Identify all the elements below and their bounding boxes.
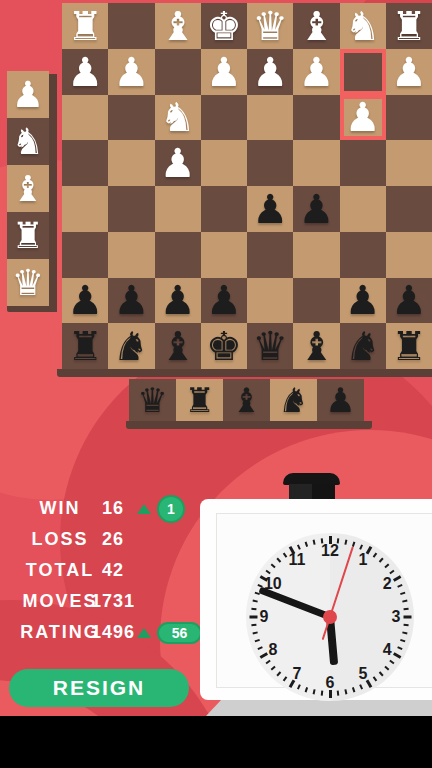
black-rook[interactable]: ♜	[391, 326, 427, 366]
board-square[interactable]	[108, 3, 154, 49]
white-pawn[interactable]: ♟	[298, 52, 334, 92]
white-knight[interactable]: ♞	[12, 124, 44, 160]
board-square[interactable]: ♚	[201, 323, 247, 369]
board-square[interactable]	[293, 278, 339, 324]
board-square[interactable]: ♛	[247, 3, 293, 49]
tray-square: ♜	[176, 379, 223, 421]
board-square[interactable]: ♝	[155, 3, 201, 49]
black-pawn[interactable]: ♟	[160, 280, 196, 320]
tray-square: ♝	[223, 379, 270, 421]
clock-number: 9	[252, 609, 276, 625]
clock-plunger-icon	[289, 484, 335, 500]
board-square[interactable]	[108, 232, 154, 278]
board-square[interactable]	[340, 232, 386, 278]
white-rook[interactable]: ♜	[67, 6, 103, 46]
clock-number: 2	[375, 576, 399, 592]
board-square[interactable]	[62, 186, 108, 232]
clock-tick	[255, 639, 260, 642]
white-queen[interactable]: ♛	[12, 265, 44, 301]
rating-delta-badge: 56	[157, 622, 202, 644]
board-square[interactable]	[386, 232, 432, 278]
clock-tick	[321, 690, 324, 695]
chess-clock: 121234567891011	[200, 499, 432, 700]
board-square[interactable]	[201, 232, 247, 278]
board-square[interactable]	[293, 95, 339, 141]
clock-tick	[271, 563, 276, 568]
clock-tick	[297, 544, 301, 549]
board-square[interactable]: ♟	[247, 186, 293, 232]
board-square[interactable]	[201, 140, 247, 186]
black-piece-tray: ♛♜♝♞♟	[129, 379, 364, 421]
black-bishop[interactable]: ♝	[160, 326, 196, 366]
win-delta-badge: 1	[157, 495, 185, 523]
board-square[interactable]: ♞	[108, 323, 154, 369]
resign-button[interactable]: RESIGN	[9, 669, 189, 707]
board-square[interactable]	[386, 140, 432, 186]
black-pawn[interactable]: ♟	[252, 189, 288, 229]
clock-tick	[271, 666, 276, 671]
board-square[interactable]	[247, 140, 293, 186]
up-arrow-icon	[137, 504, 151, 514]
board-square[interactable]: ♚	[201, 3, 247, 49]
board-square[interactable]: ♜	[62, 323, 108, 369]
game-screen: ♟♞♝♜♛ ♜♝♚♛♝♞♜♟♟♟♟♟♟♞♟♟♟♟♟♟♟♟♟♟♜♞♝♚♛♝♞♜ ♛…	[0, 0, 432, 768]
board-square[interactable]: ♟	[155, 278, 201, 324]
black-pawn[interactable]: ♟	[391, 280, 427, 320]
board-square[interactable]	[201, 95, 247, 141]
white-pawn[interactable]: ♟	[12, 77, 44, 113]
loss-value: 26	[77, 524, 149, 555]
board-square[interactable]	[386, 95, 432, 141]
black-pawn[interactable]: ♟	[67, 280, 103, 320]
black-rook[interactable]: ♜	[184, 383, 214, 417]
white-rook[interactable]: ♜	[12, 218, 44, 254]
board-square[interactable]	[201, 186, 247, 232]
board-square[interactable]: ♟	[108, 278, 154, 324]
black-king[interactable]: ♚	[206, 326, 242, 366]
clock-tick	[329, 690, 332, 698]
clock-number: 8	[261, 642, 285, 658]
board-square[interactable]: ♞	[155, 95, 201, 141]
tray-square: ♞	[270, 379, 317, 421]
black-bishop[interactable]: ♝	[298, 326, 334, 366]
board-square[interactable]	[62, 232, 108, 278]
board-square[interactable]	[247, 232, 293, 278]
clock-tick	[305, 542, 308, 547]
board-square[interactable]: ♞	[340, 323, 386, 369]
clock-tick	[265, 570, 270, 575]
board-square[interactable]	[340, 49, 386, 95]
clock-panel: 121234567891011	[216, 513, 432, 688]
white-bishop[interactable]: ♝	[12, 171, 44, 207]
white-piece-tray: ♟♞♝♜♛	[7, 71, 49, 306]
white-pawn[interactable]: ♟	[345, 97, 381, 137]
clock-tick	[297, 684, 301, 689]
board-square[interactable]	[62, 140, 108, 186]
tray-square: ♜	[7, 212, 49, 259]
board-square[interactable]: ♟	[108, 49, 154, 95]
moves-value: 1731	[77, 586, 149, 617]
clock-tick	[253, 600, 258, 603]
board-square[interactable]: ♛	[247, 323, 293, 369]
white-pawn[interactable]: ♟	[160, 143, 196, 183]
board-square[interactable]	[247, 95, 293, 141]
clock-tick	[276, 558, 281, 563]
board-square[interactable]: ♝	[293, 3, 339, 49]
white-king[interactable]: ♚	[206, 6, 242, 46]
clock-number: 12	[318, 543, 342, 559]
white-pawn[interactable]: ♟	[252, 52, 288, 92]
board-square[interactable]	[340, 186, 386, 232]
white-bishop[interactable]: ♝	[160, 6, 196, 46]
board-square[interactable]: ♟	[155, 140, 201, 186]
white-pawn[interactable]: ♟	[391, 52, 427, 92]
white-pawn[interactable]: ♟	[67, 52, 103, 92]
board-square[interactable]: ♟	[340, 278, 386, 324]
black-rook[interactable]: ♜	[67, 326, 103, 366]
tray-square: ♛	[129, 379, 176, 421]
board-square[interactable]	[247, 278, 293, 324]
black-pawn[interactable]: ♟	[298, 189, 334, 229]
clock-number: 5	[351, 666, 375, 682]
board-square[interactable]	[386, 186, 432, 232]
clock-tick	[313, 689, 316, 694]
board-square[interactable]	[62, 95, 108, 141]
black-knight[interactable]: ♞	[278, 383, 308, 417]
stat-row-moves: MOVES 1731	[0, 586, 215, 617]
white-pawn[interactable]: ♟	[113, 52, 149, 92]
tray-square: ♝	[7, 165, 49, 212]
clock-tick	[253, 631, 258, 634]
clock-number: 11	[285, 552, 309, 568]
black-pawn[interactable]: ♟	[206, 280, 242, 320]
board-square[interactable]: ♟	[62, 49, 108, 95]
white-pawn[interactable]: ♟	[206, 52, 242, 92]
clock-tick	[337, 690, 340, 695]
bottom-bar	[0, 716, 432, 768]
board-square[interactable]	[293, 232, 339, 278]
clock-face: 121234567891011	[246, 533, 414, 701]
board-square[interactable]	[108, 140, 154, 186]
clock-tick	[276, 671, 281, 676]
board-square[interactable]: ♜	[62, 3, 108, 49]
chess-board: ♜♝♚♛♝♞♜♟♟♟♟♟♟♞♟♟♟♟♟♟♟♟♟♟♜♞♝♚♛♝♞♜	[62, 3, 432, 369]
tray-square: ♟	[7, 71, 49, 118]
board-square[interactable]	[108, 186, 154, 232]
board-square[interactable]	[155, 232, 201, 278]
board-square[interactable]	[293, 140, 339, 186]
up-arrow-icon	[137, 628, 151, 638]
board-square[interactable]: ♜	[386, 323, 432, 369]
board-square[interactable]: ♟	[201, 49, 247, 95]
black-knight[interactable]: ♞	[345, 326, 381, 366]
board-square[interactable]: ♟	[340, 95, 386, 141]
white-rook[interactable]: ♜	[391, 6, 427, 46]
board-square[interactable]	[155, 186, 201, 232]
clock-number: 6	[318, 675, 342, 691]
white-bishop[interactable]: ♝	[298, 6, 334, 46]
board-square[interactable]: ♟	[201, 278, 247, 324]
board-square[interactable]: ♟	[386, 278, 432, 324]
board-square[interactable]: ♝	[155, 323, 201, 369]
board-square[interactable]	[340, 140, 386, 186]
board-square[interactable]: ♟	[247, 49, 293, 95]
board-square[interactable]: ♞	[340, 3, 386, 49]
tray-square: ♞	[7, 118, 49, 165]
black-pawn[interactable]: ♟	[325, 383, 355, 417]
total-value: 42	[77, 555, 149, 586]
black-bishop[interactable]: ♝	[231, 383, 261, 417]
tray-square: ♟	[317, 379, 364, 421]
white-queen[interactable]: ♛	[252, 6, 288, 46]
clock-center-cap	[323, 610, 337, 624]
board-square[interactable]: ♜	[386, 3, 432, 49]
board-square[interactable]	[155, 49, 201, 95]
board-square[interactable]: ♟	[293, 49, 339, 95]
tray-square: ♛	[7, 259, 49, 306]
clock-number: 4	[375, 642, 399, 658]
black-pawn[interactable]: ♟	[113, 280, 149, 320]
clock-number: 1	[351, 552, 375, 568]
board-square[interactable]: ♝	[293, 323, 339, 369]
board-square[interactable]: ♟	[62, 278, 108, 324]
board-square[interactable]: ♟	[293, 186, 339, 232]
stat-row-win: WIN 16 1	[0, 493, 215, 524]
black-queen[interactable]: ♛	[137, 383, 167, 417]
clock-tick	[305, 687, 308, 692]
board-square[interactable]: ♟	[386, 49, 432, 95]
stat-row-rating: RATING 1496 56	[0, 617, 215, 648]
stats-panel: WIN 16 1 LOSS 26 TOTAL 42 MOVES 1731 RAT…	[0, 493, 215, 648]
clock-tick	[313, 540, 316, 545]
clock-base	[206, 699, 432, 716]
stat-row-loss: LOSS 26	[0, 524, 215, 555]
black-pawn[interactable]: ♟	[345, 280, 381, 320]
clock-tick	[265, 660, 270, 665]
white-knight[interactable]: ♞	[345, 6, 381, 46]
clock-number: 7	[285, 666, 309, 682]
clock-number: 3	[384, 609, 408, 625]
black-knight[interactable]: ♞	[113, 326, 149, 366]
black-queen[interactable]: ♛	[252, 326, 288, 366]
board-square[interactable]	[108, 95, 154, 141]
white-knight[interactable]: ♞	[160, 97, 196, 137]
stat-row-total: TOTAL 42	[0, 555, 215, 586]
